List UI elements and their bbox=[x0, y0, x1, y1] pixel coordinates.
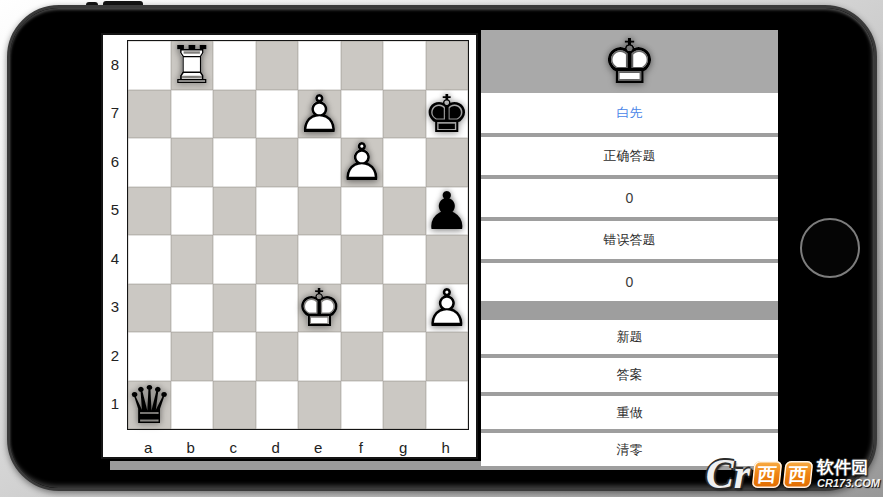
white-king-glyph: ♚ bbox=[298, 284, 341, 333]
panel-header: ♚ ♔ bbox=[481, 30, 778, 93]
watermark-tile-2: 西 bbox=[783, 461, 814, 488]
square-a7[interactable] bbox=[128, 90, 171, 139]
black-pawn: ♟ bbox=[426, 187, 469, 236]
square-b3[interactable] bbox=[171, 284, 214, 333]
square-f8[interactable] bbox=[341, 41, 384, 90]
rank-label-5: 5 bbox=[103, 186, 127, 235]
square-h7[interactable]: ♚ bbox=[426, 90, 469, 139]
square-g7[interactable] bbox=[383, 90, 426, 139]
square-d3[interactable] bbox=[256, 284, 299, 333]
file-label-c: c bbox=[212, 434, 255, 460]
black-king-glyph: ♚ bbox=[426, 90, 469, 139]
square-c6[interactable] bbox=[213, 138, 256, 187]
square-c7[interactable] bbox=[213, 90, 256, 139]
count-value: 0 bbox=[481, 263, 778, 301]
rank-label-3: 3 bbox=[103, 283, 127, 332]
square-d1[interactable] bbox=[256, 381, 299, 430]
file-label-d: d bbox=[255, 434, 298, 460]
square-h3[interactable]: ♟♙ bbox=[426, 284, 469, 333]
square-f1[interactable] bbox=[341, 381, 384, 430]
white-pawn-glyph: ♟ bbox=[426, 284, 469, 333]
rank-labels: 87654321 bbox=[103, 40, 127, 428]
photo-background: 87654321 ♜♖♟♙♚♟♙♟♚♔♟♙♛ abcdefgh ♚ ♔ 白先正确… bbox=[0, 0, 883, 497]
side-panel: ♚ ♔ 白先正确答题0错误答题0新题答案重做清零 bbox=[481, 30, 778, 470]
rank-label-8: 8 bbox=[103, 40, 127, 89]
black-king: ♚ bbox=[426, 90, 469, 139]
white-pawn-outline: ♙ bbox=[298, 90, 341, 139]
square-e8[interactable] bbox=[298, 41, 341, 90]
watermark-tile-1: 西 bbox=[752, 461, 783, 488]
square-h5[interactable]: ♟ bbox=[426, 187, 469, 236]
home-button[interactable] bbox=[800, 218, 860, 278]
file-label-g: g bbox=[382, 434, 425, 460]
file-label-a: a bbox=[127, 434, 170, 460]
square-d8[interactable] bbox=[256, 41, 299, 90]
square-h8[interactable] bbox=[426, 41, 469, 90]
square-f6[interactable]: ♟♙ bbox=[341, 138, 384, 187]
white-pawn-outline: ♙ bbox=[341, 138, 384, 187]
square-b8[interactable]: ♜♖ bbox=[171, 41, 214, 90]
watermark-cr-text: Cr bbox=[706, 453, 750, 495]
square-c5[interactable] bbox=[213, 187, 256, 236]
square-d5[interactable] bbox=[256, 187, 299, 236]
square-a3[interactable] bbox=[128, 284, 171, 333]
square-b1[interactable] bbox=[171, 381, 214, 430]
white-pawn: ♟♙ bbox=[426, 284, 469, 333]
square-g2[interactable] bbox=[383, 332, 426, 381]
square-e2[interactable] bbox=[298, 332, 341, 381]
rank-label-6: 6 bbox=[103, 137, 127, 186]
watermark-site-name: 软件园 bbox=[817, 459, 868, 478]
square-c8[interactable] bbox=[213, 41, 256, 90]
square-a2[interactable] bbox=[128, 332, 171, 381]
square-f5[interactable] bbox=[341, 187, 384, 236]
chess-board-card: 87654321 ♜♖♟♙♚♟♙♟♚♔♟♙♛ abcdefgh bbox=[101, 33, 478, 459]
square-g3[interactable] bbox=[383, 284, 426, 333]
square-e7[interactable]: ♟♙ bbox=[298, 90, 341, 139]
correct-count-label: 正确答题 bbox=[481, 137, 778, 175]
square-h6[interactable] bbox=[426, 138, 469, 187]
square-f7[interactable] bbox=[341, 90, 384, 139]
square-h1[interactable] bbox=[426, 381, 469, 430]
square-c2[interactable] bbox=[213, 332, 256, 381]
white-pawn: ♟♙ bbox=[298, 90, 341, 139]
file-label-h: h bbox=[425, 434, 468, 460]
white-king-icon: ♚ ♔ bbox=[595, 30, 665, 93]
square-e6[interactable] bbox=[298, 138, 341, 187]
white-pawn-glyph: ♟ bbox=[298, 90, 341, 139]
answer-button[interactable]: 答案 bbox=[481, 358, 778, 392]
white-rook-glyph: ♜ bbox=[171, 41, 214, 90]
square-h2[interactable] bbox=[426, 332, 469, 381]
turn-indicator: 白先 bbox=[481, 93, 778, 133]
white-rook-outline: ♖ bbox=[171, 41, 214, 90]
white-king-outline: ♔ bbox=[298, 284, 341, 333]
watermark-text-block: 软件园 CR173.COM bbox=[817, 459, 880, 490]
watermark-logo: Cr 西 西 软件园 CR173.COM bbox=[706, 453, 880, 495]
white-rook: ♜♖ bbox=[171, 41, 214, 90]
white-pawn: ♟♙ bbox=[341, 138, 384, 187]
square-b6[interactable] bbox=[171, 138, 214, 187]
square-f4[interactable] bbox=[341, 235, 384, 284]
watermark-site-url: CR173.COM bbox=[817, 477, 880, 489]
file-label-e: e bbox=[297, 434, 340, 460]
white-pawn-outline: ♙ bbox=[426, 284, 469, 333]
square-a4[interactable] bbox=[128, 235, 171, 284]
black-queen-glyph: ♛ bbox=[128, 381, 171, 430]
square-d6[interactable] bbox=[256, 138, 299, 187]
panel-separator-band bbox=[481, 305, 778, 320]
square-g4[interactable] bbox=[383, 235, 426, 284]
square-e5[interactable] bbox=[298, 187, 341, 236]
new-puzzle-button[interactable]: 新题 bbox=[481, 320, 778, 354]
file-label-b: b bbox=[170, 434, 213, 460]
wrong-count-label: 错误答题 bbox=[481, 221, 778, 259]
redo-button[interactable]: 重做 bbox=[481, 396, 778, 429]
rank-label-7: 7 bbox=[103, 89, 127, 138]
square-d7[interactable] bbox=[256, 90, 299, 139]
count-value: 0 bbox=[481, 179, 778, 217]
square-h4[interactable] bbox=[426, 235, 469, 284]
square-c3[interactable] bbox=[213, 284, 256, 333]
square-e3[interactable]: ♚♔ bbox=[298, 284, 341, 333]
board-drop-shadow bbox=[110, 461, 482, 470]
square-g6[interactable] bbox=[383, 138, 426, 187]
chess-board: ♜♖♟♙♚♟♙♟♚♔♟♙♛ bbox=[127, 40, 469, 430]
black-pawn-glyph: ♟ bbox=[426, 187, 469, 236]
square-g5[interactable] bbox=[383, 187, 426, 236]
rank-label-4: 4 bbox=[103, 234, 127, 283]
square-a6[interactable] bbox=[128, 138, 171, 187]
square-g8[interactable] bbox=[383, 41, 426, 90]
square-c4[interactable] bbox=[213, 235, 256, 284]
square-a5[interactable] bbox=[128, 187, 171, 236]
square-a1[interactable]: ♛ bbox=[128, 381, 171, 430]
white-king-icon-outline: ♔ bbox=[595, 30, 665, 93]
square-e1[interactable] bbox=[298, 381, 341, 430]
rank-label-1: 1 bbox=[103, 380, 127, 429]
square-c1[interactable] bbox=[213, 381, 256, 430]
square-e4[interactable] bbox=[298, 235, 341, 284]
black-queen: ♛ bbox=[128, 381, 171, 430]
file-label-f: f bbox=[340, 434, 383, 460]
square-b5[interactable] bbox=[171, 187, 214, 236]
square-b2[interactable] bbox=[171, 332, 214, 381]
square-d2[interactable] bbox=[256, 332, 299, 381]
white-pawn-glyph: ♟ bbox=[341, 138, 384, 187]
square-b4[interactable] bbox=[171, 235, 214, 284]
square-a8[interactable] bbox=[128, 41, 171, 90]
square-d4[interactable] bbox=[256, 235, 299, 284]
file-labels: abcdefgh bbox=[127, 434, 467, 460]
square-f2[interactable] bbox=[341, 332, 384, 381]
square-g1[interactable] bbox=[383, 381, 426, 430]
square-f3[interactable] bbox=[341, 284, 384, 333]
square-b7[interactable] bbox=[171, 90, 214, 139]
white-king: ♚♔ bbox=[298, 284, 341, 333]
rank-label-2: 2 bbox=[103, 331, 127, 380]
white-king-icon-fill: ♚ bbox=[595, 30, 665, 93]
